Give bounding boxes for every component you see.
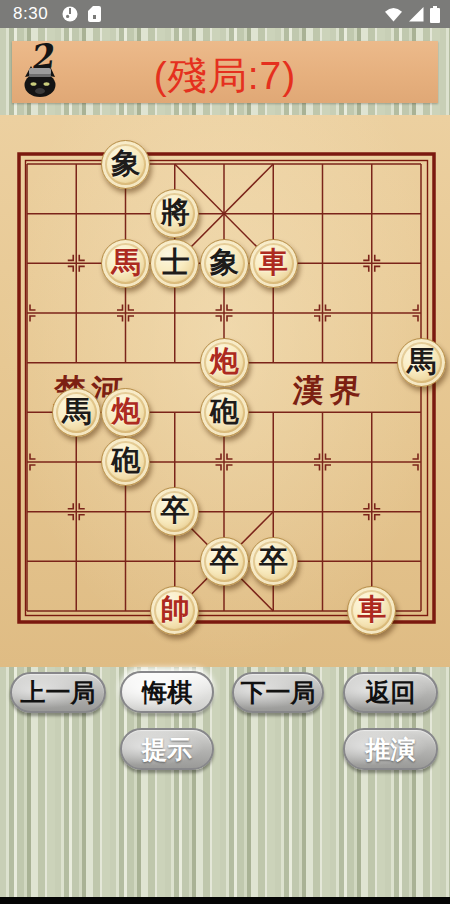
piece-red-馬[interactable]: 馬 (101, 239, 150, 288)
piece-black-卒[interactable]: 卒 (150, 487, 199, 536)
status-bar: 8:30 (0, 0, 450, 28)
piece-black-卒[interactable]: 卒 (249, 537, 298, 586)
piece-red-炮[interactable]: 炮 (200, 338, 249, 387)
piece-black-象[interactable]: 象 (101, 140, 150, 189)
back-button[interactable]: 返回 (343, 672, 438, 713)
header-banner: 2 (殘局:7) (12, 41, 438, 103)
signal-icon (409, 7, 424, 22)
piece-black-砲[interactable]: 砲 (101, 437, 150, 486)
next-game-button[interactable]: 下一局 (232, 672, 324, 713)
piece-black-馬[interactable]: 馬 (397, 338, 446, 387)
navigation-bar (0, 897, 450, 904)
board-panel: 楚河 漢界 象將馬士象車炮馬馬炮砲砲卒卒卒帥車 (0, 115, 450, 667)
clock-time: 8:30 (13, 4, 48, 24)
piece-black-馬[interactable]: 馬 (52, 388, 101, 437)
undo-move-button[interactable]: 悔棋 (120, 671, 214, 713)
piece-red-帥[interactable]: 帥 (150, 586, 199, 635)
prev-game-button[interactable]: 上一局 (10, 672, 106, 713)
hint-button[interactable]: 提示 (120, 728, 214, 770)
puzzle-title: (殘局:7) (12, 49, 438, 103)
piece-black-象[interactable]: 象 (200, 239, 249, 288)
data-saver-icon (62, 6, 78, 22)
piece-black-卒[interactable]: 卒 (200, 537, 249, 586)
piece-black-砲[interactable]: 砲 (200, 388, 249, 437)
piece-red-車[interactable]: 車 (249, 239, 298, 288)
piece-black-士[interactable]: 士 (150, 239, 199, 288)
battery-icon (430, 6, 440, 23)
piece-red-炮[interactable]: 炮 (101, 388, 150, 437)
piece-black-將[interactable]: 將 (150, 189, 199, 238)
sim-card-icon (88, 6, 101, 22)
piece-red-車[interactable]: 車 (347, 586, 396, 635)
simulate-button[interactable]: 推演 (343, 728, 438, 770)
wifi-icon (384, 7, 403, 22)
xiangqi-board[interactable]: 象將馬士象車炮馬馬炮砲砲卒卒卒帥車 (3, 139, 446, 636)
